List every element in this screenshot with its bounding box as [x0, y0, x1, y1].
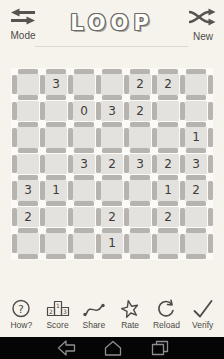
h-edge-r4c0[interactable]	[18, 175, 38, 180]
cell-r4c4[interactable]	[129, 180, 151, 201]
v-edge-r3c4[interactable]	[124, 155, 129, 174]
h-edge-r2c6[interactable]	[186, 122, 206, 127]
cell-r5c0[interactable]: 2	[17, 207, 39, 228]
v-edge-r6c2[interactable]	[68, 234, 73, 253]
cell-r3c2[interactable]: 3	[73, 154, 95, 175]
cell-r6c5[interactable]	[157, 233, 179, 254]
h-edge-r3c6[interactable]	[186, 148, 206, 153]
help-circle-icon: ?	[11, 299, 32, 319]
shuffle-icon	[188, 8, 218, 26]
v-edge-r3c1[interactable]	[40, 155, 45, 174]
rate-label: Rate	[121, 320, 139, 330]
v-edge-r3c7[interactable]	[208, 155, 213, 174]
rate-button[interactable]: Rate	[113, 299, 147, 330]
h-edge-r6c3[interactable]	[102, 228, 122, 233]
v-edge-r1c2[interactable]	[68, 102, 73, 121]
h-edge-r4c6[interactable]	[186, 175, 206, 180]
v-edge-r4c1[interactable]	[40, 181, 45, 200]
v-edge-r1c5[interactable]	[152, 102, 157, 121]
cell-r0c6[interactable]	[185, 74, 207, 95]
cell-r2c0[interactable]	[17, 127, 39, 148]
cell-r2c6[interactable]: 1	[185, 127, 207, 148]
cell-r3c0[interactable]	[17, 154, 39, 175]
h-edge-r2c2[interactable]	[74, 122, 94, 127]
cell-r2c3[interactable]	[101, 127, 123, 148]
v-edge-r0c7[interactable]	[208, 75, 213, 94]
v-edge-r2c1[interactable]	[40, 128, 45, 147]
h-edge-r0c3[interactable]	[102, 69, 122, 74]
v-edge-r4c0[interactable]	[12, 181, 17, 200]
h-edge-r1c0[interactable]	[18, 95, 38, 100]
cell-r6c2[interactable]	[73, 233, 95, 254]
h-edge-r2c3[interactable]	[102, 122, 122, 127]
cell-r3c5[interactable]: 2	[157, 154, 179, 175]
share-button[interactable]: Share	[77, 299, 111, 330]
v-edge-r4c2[interactable]	[68, 181, 73, 200]
cell-r1c0[interactable]	[17, 101, 39, 122]
h-edge-r6c0[interactable]	[18, 228, 38, 233]
svg-text:2: 2	[49, 308, 53, 315]
cell-r2c4[interactable]	[129, 127, 151, 148]
h-edge-r0c0[interactable]	[18, 69, 38, 74]
cell-r1c5[interactable]	[157, 101, 179, 122]
h-edge-r7c1[interactable]	[46, 254, 66, 259]
v-edge-r5c0[interactable]	[12, 208, 17, 227]
h-edge-r1c1[interactable]	[46, 95, 66, 100]
cell-r1c4[interactable]: 2	[129, 101, 151, 122]
cell-r6c6[interactable]	[185, 233, 207, 254]
cell-r0c2[interactable]	[73, 74, 95, 95]
v-edge-r0c4[interactable]	[124, 75, 129, 94]
how-button[interactable]: ? How?	[4, 299, 38, 330]
v-edge-r5c7[interactable]	[208, 208, 213, 227]
h-edge-r4c1[interactable]	[46, 175, 66, 180]
cell-r3c3[interactable]: 2	[101, 154, 123, 175]
how-label: How?	[10, 320, 32, 330]
h-edge-r1c4[interactable]	[130, 95, 150, 100]
cell-r3c1[interactable]	[45, 154, 67, 175]
cell-r4c6[interactable]: 2	[185, 180, 207, 201]
v-edge-r2c2[interactable]	[68, 128, 73, 147]
v-edge-r2c0[interactable]	[12, 128, 17, 147]
h-edge-r0c2[interactable]	[74, 69, 94, 74]
h-edge-r5c5[interactable]	[158, 201, 178, 206]
verify-button[interactable]: Verify	[186, 299, 220, 330]
v-edge-r5c2[interactable]	[68, 208, 73, 227]
v-edge-r0c3[interactable]	[96, 75, 101, 94]
cell-r2c5[interactable]	[157, 127, 179, 148]
cell-r0c5[interactable]: 2	[157, 74, 179, 95]
h-edge-r6c5[interactable]	[158, 228, 178, 233]
h-edge-r6c4[interactable]	[130, 228, 150, 233]
v-edge-r2c3[interactable]	[96, 128, 101, 147]
v-edge-r3c2[interactable]	[68, 155, 73, 174]
svg-text:?: ?	[18, 303, 24, 316]
cell-r2c1[interactable]	[45, 127, 67, 148]
v-edge-r3c6[interactable]	[180, 155, 185, 174]
cell-r5c1[interactable]	[45, 207, 67, 228]
v-edge-r1c1[interactable]	[40, 102, 45, 121]
svg-text:1: 1	[56, 302, 60, 309]
v-edge-r5c4[interactable]	[124, 208, 129, 227]
home-icon[interactable]	[104, 340, 122, 356]
cell-r5c5[interactable]: 2	[157, 207, 179, 228]
h-edge-r2c1[interactable]	[46, 122, 66, 127]
new-game-button[interactable]: New	[186, 8, 220, 42]
reload-button[interactable]: Reload	[149, 299, 183, 330]
h-edge-r0c6[interactable]	[186, 69, 206, 74]
v-edge-r1c7[interactable]	[208, 102, 213, 121]
h-edge-r1c2[interactable]	[74, 95, 94, 100]
cell-r5c3[interactable]: 2	[101, 207, 123, 228]
h-edge-r3c1[interactable]	[46, 148, 66, 153]
h-edge-r0c1[interactable]	[46, 69, 66, 74]
h-edge-r3c3[interactable]	[102, 148, 122, 153]
v-edge-r0c5[interactable]	[152, 75, 157, 94]
recents-icon[interactable]	[151, 340, 169, 356]
v-edge-r6c3[interactable]	[96, 234, 101, 253]
h-edge-r0c5[interactable]	[158, 69, 178, 74]
cell-r0c0[interactable]	[17, 74, 39, 95]
h-edge-r2c0[interactable]	[18, 122, 38, 127]
cell-r4c5[interactable]: 1	[157, 180, 179, 201]
h-edge-r7c0[interactable]	[18, 254, 38, 259]
app-screen: Mode LOOP New 32203213232331122221 ? How…	[0, 0, 224, 359]
v-edge-r2c7[interactable]	[208, 128, 213, 147]
cell-r3c4[interactable]: 3	[129, 154, 151, 175]
h-edge-r6c1[interactable]	[46, 228, 66, 233]
h-edge-r4c4[interactable]	[130, 175, 150, 180]
share-label: Share	[83, 320, 106, 330]
v-edge-r6c0[interactable]	[12, 234, 17, 253]
cell-r4c1[interactable]: 1	[45, 180, 67, 201]
h-edge-r3c4[interactable]	[130, 148, 150, 153]
cell-r3c6[interactable]: 3	[185, 154, 207, 175]
reload-label: Reload	[153, 320, 180, 330]
cell-r6c4[interactable]	[129, 233, 151, 254]
cell-r4c3[interactable]	[101, 180, 123, 201]
h-edge-r3c0[interactable]	[18, 148, 38, 153]
v-edge-r1c4[interactable]	[124, 102, 129, 121]
v-edge-r5c5[interactable]	[152, 208, 157, 227]
v-edge-r3c0[interactable]	[12, 155, 17, 174]
h-edge-r4c5[interactable]	[158, 175, 178, 180]
v-edge-r3c5[interactable]	[152, 155, 157, 174]
verify-label: Verify	[192, 320, 213, 330]
v-edge-r0c2[interactable]	[68, 75, 73, 94]
h-edge-r5c2[interactable]	[74, 201, 94, 206]
cell-r2c2[interactable]	[73, 127, 95, 148]
share-curve-icon	[82, 299, 106, 319]
cell-r6c3[interactable]: 1	[101, 233, 123, 254]
cell-r1c2[interactable]: 0	[73, 101, 95, 122]
v-edge-r4c5[interactable]	[152, 181, 157, 200]
new-label: New	[186, 31, 220, 42]
reload-icon	[155, 299, 177, 319]
h-edge-r1c5[interactable]	[158, 95, 178, 100]
cell-r1c1[interactable]	[45, 101, 67, 122]
h-edge-r5c4[interactable]	[130, 201, 150, 206]
v-edge-r4c4[interactable]	[124, 181, 129, 200]
cell-r6c0[interactable]	[17, 233, 39, 254]
h-edge-r5c6[interactable]	[186, 201, 206, 206]
v-edge-r1c3[interactable]	[96, 102, 101, 121]
h-edge-r5c1[interactable]	[46, 201, 66, 206]
cell-r0c4[interactable]: 2	[129, 74, 151, 95]
h-edge-r7c3[interactable]	[102, 254, 122, 259]
v-edge-r0c0[interactable]	[12, 75, 17, 94]
star-icon	[119, 299, 141, 319]
v-edge-r4c6[interactable]	[180, 181, 185, 200]
h-edge-r7c2[interactable]	[74, 254, 94, 259]
v-edge-r3c3[interactable]	[96, 155, 101, 174]
back-icon[interactable]	[57, 340, 76, 356]
score-label: Score	[46, 320, 68, 330]
v-edge-r2c4[interactable]	[124, 128, 129, 147]
h-edge-r6c2[interactable]	[74, 228, 94, 233]
v-edge-r4c7[interactable]	[208, 181, 213, 200]
cell-r1c3[interactable]: 3	[101, 101, 123, 122]
v-edge-r6c6[interactable]	[180, 234, 185, 253]
v-edge-r4c3[interactable]	[96, 181, 101, 200]
v-edge-r6c4[interactable]	[124, 234, 129, 253]
h-edge-r7c4[interactable]	[130, 254, 150, 259]
v-edge-r5c3[interactable]	[96, 208, 101, 227]
v-edge-r6c1[interactable]	[40, 234, 45, 253]
h-edge-r4c3[interactable]	[102, 175, 122, 180]
score-button[interactable]: 1 2 3 Score	[41, 299, 75, 330]
cell-r0c1[interactable]: 3	[45, 74, 67, 95]
v-edge-r5c6[interactable]	[180, 208, 185, 227]
h-edge-r1c3[interactable]	[102, 95, 122, 100]
header-divider	[35, 46, 188, 47]
v-edge-r0c1[interactable]	[40, 75, 45, 94]
cell-r6c1[interactable]	[45, 233, 67, 254]
v-edge-r2c6[interactable]	[180, 128, 185, 147]
v-edge-r1c6[interactable]	[180, 102, 185, 121]
h-edge-r3c2[interactable]	[74, 148, 94, 153]
h-edge-r7c5[interactable]	[158, 254, 178, 259]
cell-r4c2[interactable]	[73, 180, 95, 201]
h-edge-r2c4[interactable]	[130, 122, 150, 127]
cell-r1c6[interactable]	[185, 101, 207, 122]
h-edge-r3c5[interactable]	[158, 148, 178, 153]
puzzle-board[interactable]: 32203213232331122221	[11, 68, 213, 260]
h-edge-r0c4[interactable]	[130, 69, 150, 74]
android-nav-bar	[0, 337, 224, 359]
h-edge-r4c2[interactable]	[74, 175, 94, 180]
cell-r5c6[interactable]	[185, 207, 207, 228]
h-edge-r1c6[interactable]	[186, 95, 206, 100]
cell-r5c4[interactable]	[129, 207, 151, 228]
toolbar: ? How? 1 2 3 Score Share	[2, 299, 222, 330]
cell-r5c2[interactable]	[73, 207, 95, 228]
h-edge-r5c3[interactable]	[102, 201, 122, 206]
v-edge-r6c5[interactable]	[152, 234, 157, 253]
v-edge-r6c7[interactable]	[208, 234, 213, 253]
svg-text:3: 3	[63, 308, 67, 315]
v-edge-r5c1[interactable]	[40, 208, 45, 227]
cell-r0c3[interactable]	[101, 74, 123, 95]
checkmark-icon	[192, 299, 214, 319]
podium-icon: 1 2 3	[46, 299, 70, 319]
h-edge-r7c6[interactable]	[186, 254, 206, 259]
h-edge-r6c6[interactable]	[186, 228, 206, 233]
v-edge-r1c0[interactable]	[12, 102, 17, 121]
h-edge-r2c5[interactable]	[158, 122, 178, 127]
h-edge-r5c0[interactable]	[18, 201, 38, 206]
v-edge-r0c6[interactable]	[180, 75, 185, 94]
v-edge-r2c5[interactable]	[152, 128, 157, 147]
cell-r4c0[interactable]: 3	[17, 180, 39, 201]
